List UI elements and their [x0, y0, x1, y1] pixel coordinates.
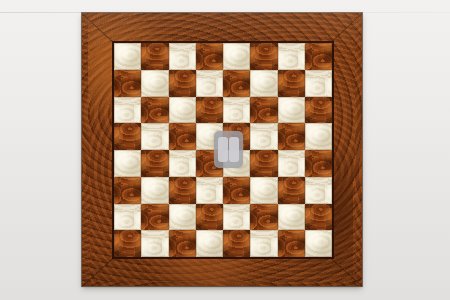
square-a4 — [114, 150, 141, 177]
square-a7 — [114, 70, 141, 97]
square-b1 — [141, 230, 168, 257]
square-b3 — [141, 177, 168, 204]
square-h1 — [305, 230, 332, 257]
square-c3 — [169, 177, 196, 204]
square-e6 — [223, 97, 250, 124]
square-g3 — [278, 177, 305, 204]
square-b2 — [141, 204, 168, 231]
square-g5 — [278, 123, 305, 150]
square-f5 — [250, 123, 277, 150]
square-b5 — [141, 123, 168, 150]
square-g8 — [278, 43, 305, 70]
square-a5 — [114, 123, 141, 150]
square-a6 — [114, 97, 141, 124]
square-h2 — [305, 204, 332, 231]
square-e1 — [223, 230, 250, 257]
square-h3 — [305, 177, 332, 204]
square-a1 — [114, 230, 141, 257]
square-d7 — [196, 70, 223, 97]
square-g1 — [278, 230, 305, 257]
square-h8 — [305, 43, 332, 70]
square-e7 — [223, 70, 250, 97]
square-f6 — [250, 97, 277, 124]
square-g6 — [278, 97, 305, 124]
square-f1 — [250, 230, 277, 257]
square-d6 — [196, 97, 223, 124]
square-c4 — [169, 150, 196, 177]
square-a2 — [114, 204, 141, 231]
square-c1 — [169, 230, 196, 257]
square-b7 — [141, 70, 168, 97]
square-f7 — [250, 70, 277, 97]
square-h4 — [305, 150, 332, 177]
square-a3 — [114, 177, 141, 204]
square-h6 — [305, 97, 332, 124]
square-g4 — [278, 150, 305, 177]
square-c6 — [169, 97, 196, 124]
square-a8 — [114, 43, 141, 70]
watermark-bar-left — [218, 137, 228, 162]
square-g2 — [278, 204, 305, 231]
square-c7 — [169, 70, 196, 97]
square-e8 — [223, 43, 250, 70]
watermark-bar-right — [229, 137, 239, 162]
watermark-overlay — [214, 131, 243, 168]
square-d2 — [196, 204, 223, 231]
square-g7 — [278, 70, 305, 97]
photo-backdrop — [0, 0, 450, 300]
square-c8 — [169, 43, 196, 70]
square-e2 — [223, 204, 250, 231]
square-h5 — [305, 123, 332, 150]
square-b6 — [141, 97, 168, 124]
square-c2 — [169, 204, 196, 231]
square-b4 — [141, 150, 168, 177]
square-c5 — [169, 123, 196, 150]
square-f8 — [250, 43, 277, 70]
square-b8 — [141, 43, 168, 70]
square-h7 — [305, 70, 332, 97]
square-f2 — [250, 204, 277, 231]
square-d3 — [196, 177, 223, 204]
square-d1 — [196, 230, 223, 257]
square-f3 — [250, 177, 277, 204]
square-e3 — [223, 177, 250, 204]
square-f4 — [250, 150, 277, 177]
square-d8 — [196, 43, 223, 70]
